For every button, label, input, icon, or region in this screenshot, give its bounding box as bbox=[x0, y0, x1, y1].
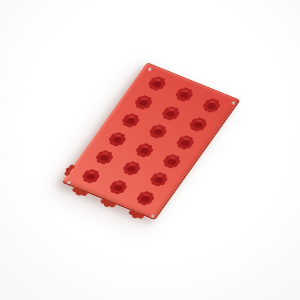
flower-cavity bbox=[77, 165, 104, 186]
flower-cavity bbox=[132, 187, 159, 208]
cavity-grid bbox=[63, 63, 238, 218]
silicone-mold-tray bbox=[61, 62, 241, 221]
flower-cavity bbox=[104, 176, 131, 197]
product-photo-canvas bbox=[0, 0, 300, 300]
